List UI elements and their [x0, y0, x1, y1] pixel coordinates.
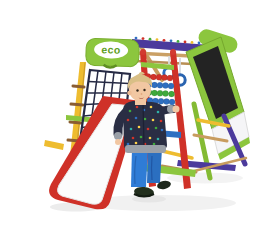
toddler-right-hand	[115, 139, 121, 145]
playset-scene: eco	[40, 16, 255, 231]
toddler-eye	[143, 89, 145, 91]
toddler-nose	[141, 93, 143, 95]
toddler-hem-band	[125, 145, 166, 153]
brand-logo-text: eco	[101, 43, 121, 56]
toddler-back-leg	[147, 148, 162, 183]
toddler-left-hand	[173, 106, 180, 113]
toddler-eye	[136, 89, 138, 91]
toddler-ear	[127, 91, 132, 96]
product-photo: eco	[40, 16, 255, 231]
toddler-right-cuff	[114, 132, 122, 140]
eco-logo-board: eco	[86, 38, 140, 68]
toddler-front-leg	[131, 148, 148, 187]
